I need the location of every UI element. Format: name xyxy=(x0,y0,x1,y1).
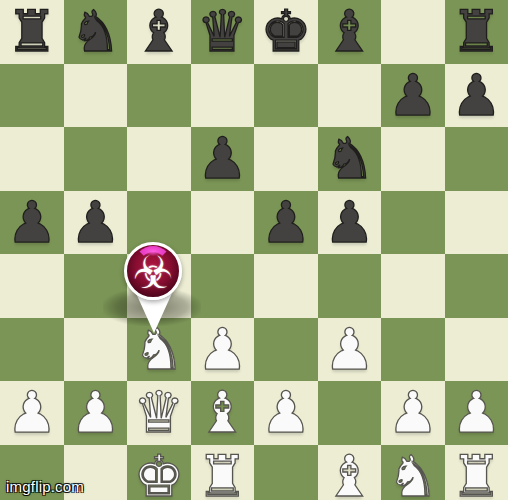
square-f4[interactable] xyxy=(318,254,382,318)
black-rook-h8[interactable]: ♜ xyxy=(445,0,508,64)
square-e7[interactable] xyxy=(254,64,318,128)
square-h8[interactable]: ♜ xyxy=(445,0,508,64)
square-c6[interactable] xyxy=(127,127,191,191)
white-pawn-e2[interactable]: ♟ xyxy=(254,381,318,445)
black-pawn-f5[interactable]: ♟ xyxy=(318,191,382,255)
square-g7[interactable]: ♟ xyxy=(381,64,445,128)
square-f7[interactable] xyxy=(318,64,382,128)
square-e1[interactable]: e xyxy=(254,445,318,500)
square-a2[interactable]: 2♟ xyxy=(0,381,64,445)
square-h1[interactable]: h♜ xyxy=(445,445,508,500)
square-g2[interactable]: ♟ xyxy=(381,381,445,445)
square-e2[interactable]: ♟ xyxy=(254,381,318,445)
black-king-e8[interactable]: ♚ xyxy=(254,0,318,64)
square-a7[interactable]: 7 xyxy=(0,64,64,128)
square-d7[interactable] xyxy=(191,64,255,128)
square-b6[interactable] xyxy=(64,127,128,191)
square-c8[interactable]: ♝ xyxy=(127,0,191,64)
square-h7[interactable]: ♟ xyxy=(445,64,508,128)
map-pin-marker: ☣ xyxy=(103,235,203,340)
square-h5[interactable] xyxy=(445,191,508,255)
square-h6[interactable] xyxy=(445,127,508,191)
square-d8[interactable]: ♛ xyxy=(191,0,255,64)
square-b7[interactable] xyxy=(64,64,128,128)
black-pawn-a5[interactable]: ♟ xyxy=(0,191,64,255)
square-a5[interactable]: 5♟ xyxy=(0,191,64,255)
white-rook-h1[interactable]: ♜ xyxy=(445,445,508,500)
square-f1[interactable]: f♝ xyxy=(318,445,382,500)
white-pawn-f3[interactable]: ♟ xyxy=(318,318,382,382)
white-queen-c2[interactable]: ♛ xyxy=(127,381,191,445)
square-a8[interactable]: 8♜ xyxy=(0,0,64,64)
biohazard-icon: ☣ xyxy=(127,245,179,297)
square-f2[interactable] xyxy=(318,381,382,445)
square-d1[interactable]: d♜ xyxy=(191,445,255,500)
pin-circle: ☣ xyxy=(124,242,182,300)
white-pawn-g2[interactable]: ♟ xyxy=(381,381,445,445)
square-d6[interactable]: ♟ xyxy=(191,127,255,191)
black-rook-a8[interactable]: ♜ xyxy=(0,0,64,64)
square-a6[interactable]: 6 xyxy=(0,127,64,191)
square-f6[interactable]: ♞ xyxy=(318,127,382,191)
square-c1[interactable]: c♚ xyxy=(127,445,191,500)
square-e8[interactable]: ♚ xyxy=(254,0,318,64)
chess-board: 8♜♞♝♛♚♝♜7♟♟6♟♞5♟♟♟♟43♞♟♟2♟♟♛♝♟♟♟1abc♚d♜e… xyxy=(0,0,508,500)
square-g6[interactable] xyxy=(381,127,445,191)
square-g8[interactable] xyxy=(381,0,445,64)
square-e6[interactable] xyxy=(254,127,318,191)
black-bishop-f8[interactable]: ♝ xyxy=(318,0,382,64)
black-queen-d8[interactable]: ♛ xyxy=(191,0,255,64)
square-h4[interactable] xyxy=(445,254,508,318)
square-e3[interactable] xyxy=(254,318,318,382)
meme-image: 8♜♞♝♛♚♝♜7♟♟6♟♞5♟♟♟♟43♞♟♟2♟♟♛♝♟♟♟1abc♚d♜e… xyxy=(0,0,508,500)
square-b2[interactable]: ♟ xyxy=(64,381,128,445)
square-g5[interactable] xyxy=(381,191,445,255)
square-g3[interactable] xyxy=(381,318,445,382)
white-pawn-h2[interactable]: ♟ xyxy=(445,381,508,445)
square-a4[interactable]: 4 xyxy=(0,254,64,318)
square-g1[interactable]: g♞ xyxy=(381,445,445,500)
black-pawn-d6[interactable]: ♟ xyxy=(191,127,255,191)
white-rook-d1[interactable]: ♜ xyxy=(191,445,255,500)
square-b8[interactable]: ♞ xyxy=(64,0,128,64)
square-g4[interactable] xyxy=(381,254,445,318)
square-f5[interactable]: ♟ xyxy=(318,191,382,255)
black-pawn-e5[interactable]: ♟ xyxy=(254,191,318,255)
square-c7[interactable] xyxy=(127,64,191,128)
square-e4[interactable] xyxy=(254,254,318,318)
black-pawn-g7[interactable]: ♟ xyxy=(381,64,445,128)
square-h2[interactable]: ♟ xyxy=(445,381,508,445)
white-pawn-b2[interactable]: ♟ xyxy=(64,381,128,445)
white-pawn-a2[interactable]: ♟ xyxy=(0,381,64,445)
white-bishop-d2[interactable]: ♝ xyxy=(191,381,255,445)
white-king-c1[interactable]: ♚ xyxy=(127,445,191,500)
imgflip-watermark: imgflip.com xyxy=(6,478,84,495)
square-e5[interactable]: ♟ xyxy=(254,191,318,255)
white-knight-g1[interactable]: ♞ xyxy=(381,445,445,500)
square-d2[interactable]: ♝ xyxy=(191,381,255,445)
square-a3[interactable]: 3 xyxy=(0,318,64,382)
square-f8[interactable]: ♝ xyxy=(318,0,382,64)
black-knight-f6[interactable]: ♞ xyxy=(318,127,382,191)
black-bishop-c8[interactable]: ♝ xyxy=(127,0,191,64)
white-bishop-f1[interactable]: ♝ xyxy=(318,445,382,500)
square-f3[interactable]: ♟ xyxy=(318,318,382,382)
black-pawn-h7[interactable]: ♟ xyxy=(445,64,508,128)
square-c2[interactable]: ♛ xyxy=(127,381,191,445)
square-h3[interactable] xyxy=(445,318,508,382)
black-knight-b8[interactable]: ♞ xyxy=(64,0,128,64)
